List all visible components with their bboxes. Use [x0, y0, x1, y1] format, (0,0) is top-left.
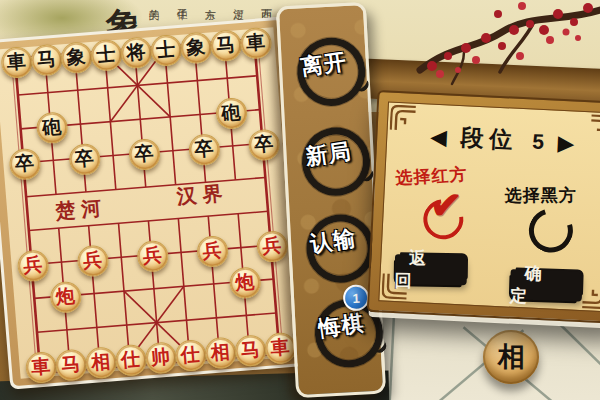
rank-value: 5	[532, 129, 545, 154]
piece-red-兵[interactable]: 兵	[16, 249, 49, 282]
piece-red-兵[interactable]: 兵	[76, 244, 109, 277]
piece-black-象[interactable]: 象	[179, 31, 212, 64]
rank-label: 段位	[460, 122, 519, 156]
decorative-xiang-piece: 相	[483, 330, 539, 384]
piece-black-卒[interactable]: 卒	[247, 128, 280, 161]
ornate-corner-icon	[589, 114, 600, 141]
red-check-icon: ✔	[429, 183, 463, 229]
piece-black-士[interactable]: 士	[89, 38, 122, 71]
piece-red-兵[interactable]: 兵	[255, 229, 288, 262]
red-side-selected-icon[interactable]: ✔	[422, 196, 464, 238]
rank-increase-arrow-icon[interactable]: ▶	[557, 130, 574, 155]
xiangqi-board[interactable]: 楚河 汉界 車马象士将士象马車砲砲卒卒卒卒卒兵兵兵兵兵炮炮車马相仕帅仕相马車	[0, 16, 312, 389]
piece-black-士[interactable]: 士	[149, 33, 182, 66]
back-button[interactable]: 返回	[395, 254, 467, 285]
piece-black-卒[interactable]: 卒	[68, 142, 101, 175]
resign-button[interactable]: 认输	[294, 203, 372, 281]
black-side-unselected-icon[interactable]	[521, 201, 580, 260]
pieces-layer: 車马象士将士象马車砲砲卒卒卒卒卒兵兵兵兵兵炮炮車马相仕帅仕相马車	[0, 27, 300, 378]
rank-decrease-arrow-icon[interactable]: ◀	[431, 124, 448, 149]
board-surface[interactable]: 楚河 汉界 車马象士将士象马車砲砲卒卒卒卒卒兵兵兵兵兵炮炮車马相仕帅仕相马車	[0, 27, 300, 378]
undo-button-label: 悔棋	[317, 308, 367, 344]
piece-black-卒[interactable]: 卒	[187, 133, 220, 166]
piece-black-卒[interactable]: 卒	[8, 147, 41, 180]
new-game-button-label: 新局	[304, 136, 354, 172]
piece-red-兵[interactable]: 兵	[195, 234, 228, 267]
piece-black-马[interactable]: 马	[209, 28, 242, 61]
ornate-corner-icon	[581, 282, 600, 309]
confirm-button[interactable]: 确定	[510, 269, 583, 301]
ornate-corner-icon	[390, 105, 417, 132]
dialog-content: ◀ 段位 5 ▶ 选择红方 选择黑方 ✔ 返回 确定	[378, 101, 600, 312]
rank-selector: ◀ 段位 5 ▶	[387, 118, 600, 160]
piece-red-兵[interactable]: 兵	[136, 239, 169, 272]
piece-red-炮[interactable]: 炮	[49, 280, 82, 313]
piece-black-砲[interactable]: 砲	[35, 111, 68, 144]
piece-black-車[interactable]: 車	[0, 45, 33, 78]
piece-red-炮[interactable]: 炮	[228, 266, 261, 299]
resign-button-label: 认输	[308, 223, 358, 259]
piece-black-象[interactable]: 象	[59, 41, 92, 74]
leave-button-label: 离开	[299, 47, 349, 83]
piece-black-将[interactable]: 将	[119, 36, 152, 69]
xiangqi-game-screen: { "game": "xiangqi", "position": { "fen"…	[0, 0, 600, 400]
new-game-button[interactable]: 新局	[290, 116, 368, 194]
piece-black-車[interactable]: 車	[239, 26, 272, 59]
rank-select-dialog: ◀ 段位 5 ▶ 选择红方 选择黑方 ✔ 返回 确定	[367, 90, 600, 324]
leave-button[interactable]: 离开	[285, 26, 363, 104]
choose-black-label[interactable]: 选择黑方	[505, 184, 577, 207]
piece-black-马[interactable]: 马	[29, 43, 62, 76]
plum-blossom-decoration	[402, 0, 600, 86]
piece-black-卒[interactable]: 卒	[127, 137, 160, 170]
piece-black-砲[interactable]: 砲	[214, 96, 247, 129]
